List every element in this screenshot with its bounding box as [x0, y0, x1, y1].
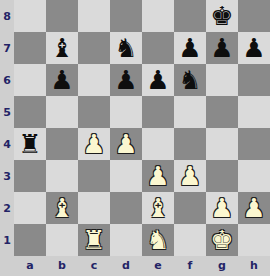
- square-c2[interactable]: [78, 192, 110, 224]
- chess-board: 8♚7♝♞♟♟♟6♟♟♟♞54♜♟♟3♟♟2♝♝♟♟1♜♞♚abcdefgh: [0, 0, 270, 276]
- square-g2[interactable]: ♟: [206, 192, 238, 224]
- white-pawn-piece: ♟: [178, 160, 201, 192]
- square-h4[interactable]: [238, 128, 270, 160]
- square-h1[interactable]: [238, 224, 270, 256]
- square-f5[interactable]: [174, 96, 206, 128]
- square-f2[interactable]: [174, 192, 206, 224]
- square-g3[interactable]: [206, 160, 238, 192]
- white-bishop-piece: ♝: [50, 192, 73, 224]
- rank-label-6: 6: [0, 64, 14, 96]
- white-pawn-piece: ♟: [210, 192, 233, 224]
- square-h6[interactable]: [238, 64, 270, 96]
- square-d4[interactable]: ♟: [110, 128, 142, 160]
- black-pawn-piece: ♟: [210, 32, 233, 64]
- square-h7[interactable]: ♟: [238, 32, 270, 64]
- white-pawn-piece: ♟: [242, 192, 265, 224]
- black-pawn-piece: ♟: [50, 64, 73, 96]
- black-pawn-piece: ♟: [242, 32, 265, 64]
- square-c4[interactable]: ♟: [78, 128, 110, 160]
- black-pawn-piece: ♟: [146, 64, 169, 96]
- rank-label-7: 7: [0, 32, 14, 64]
- chess-diagram: 8♚7♝♞♟♟♟6♟♟♟♞54♜♟♟3♟♟2♝♝♟♟1♜♞♚abcdefgh: [0, 0, 270, 276]
- black-knight-piece: ♞: [114, 32, 137, 64]
- rank-label-4: 4: [0, 128, 14, 160]
- square-f8[interactable]: [174, 0, 206, 32]
- square-d1[interactable]: [110, 224, 142, 256]
- black-pawn-piece: ♟: [178, 32, 201, 64]
- square-a8[interactable]: [14, 0, 46, 32]
- black-bishop-piece: ♝: [50, 32, 73, 64]
- square-d6[interactable]: ♟: [110, 64, 142, 96]
- square-h5[interactable]: [238, 96, 270, 128]
- square-e5[interactable]: [142, 96, 174, 128]
- white-pawn-piece: ♟: [114, 128, 137, 160]
- square-a3[interactable]: [14, 160, 46, 192]
- rank-label-8: 8: [0, 0, 14, 32]
- black-knight-piece: ♞: [178, 64, 201, 96]
- square-a1[interactable]: [14, 224, 46, 256]
- square-h8[interactable]: [238, 0, 270, 32]
- square-e6[interactable]: ♟: [142, 64, 174, 96]
- square-g7[interactable]: ♟: [206, 32, 238, 64]
- square-b7[interactable]: ♝: [46, 32, 78, 64]
- square-e7[interactable]: [142, 32, 174, 64]
- rank-label-5: 5: [0, 96, 14, 128]
- black-pawn-piece: ♟: [114, 64, 137, 96]
- square-h2[interactable]: ♟: [238, 192, 270, 224]
- square-d2[interactable]: [110, 192, 142, 224]
- file-label-a: a: [14, 256, 46, 276]
- square-b3[interactable]: [46, 160, 78, 192]
- square-b8[interactable]: [46, 0, 78, 32]
- file-label-b: b: [46, 256, 78, 276]
- square-e4[interactable]: [142, 128, 174, 160]
- white-bishop-piece: ♝: [146, 192, 169, 224]
- square-f6[interactable]: ♞: [174, 64, 206, 96]
- square-a7[interactable]: [14, 32, 46, 64]
- square-a4[interactable]: ♜: [14, 128, 46, 160]
- square-g1[interactable]: ♚: [206, 224, 238, 256]
- square-h3[interactable]: [238, 160, 270, 192]
- square-e3[interactable]: ♟: [142, 160, 174, 192]
- square-b2[interactable]: ♝: [46, 192, 78, 224]
- square-b1[interactable]: [46, 224, 78, 256]
- square-f4[interactable]: [174, 128, 206, 160]
- rank-label-2: 2: [0, 192, 14, 224]
- white-knight-piece: ♞: [146, 224, 169, 256]
- square-d7[interactable]: ♞: [110, 32, 142, 64]
- square-b5[interactable]: [46, 96, 78, 128]
- file-label-g: g: [206, 256, 238, 276]
- white-king-piece: ♚: [210, 224, 233, 256]
- white-rook-piece: ♜: [82, 224, 105, 256]
- rank-label-1: 1: [0, 224, 14, 256]
- square-f7[interactable]: ♟: [174, 32, 206, 64]
- square-a2[interactable]: [14, 192, 46, 224]
- square-g6[interactable]: [206, 64, 238, 96]
- white-pawn-piece: ♟: [146, 160, 169, 192]
- square-a5[interactable]: [14, 96, 46, 128]
- square-e2[interactable]: ♝: [142, 192, 174, 224]
- square-c1[interactable]: ♜: [78, 224, 110, 256]
- square-b4[interactable]: [46, 128, 78, 160]
- file-label-d: d: [110, 256, 142, 276]
- square-d3[interactable]: [110, 160, 142, 192]
- file-label-e: e: [142, 256, 174, 276]
- square-g4[interactable]: [206, 128, 238, 160]
- black-rook-piece: ♜: [18, 128, 41, 160]
- square-c7[interactable]: [78, 32, 110, 64]
- file-label-h: h: [238, 256, 270, 276]
- square-c8[interactable]: [78, 0, 110, 32]
- rank-label-3: 3: [0, 160, 14, 192]
- square-d5[interactable]: [110, 96, 142, 128]
- square-g5[interactable]: [206, 96, 238, 128]
- black-king-piece: ♚: [210, 0, 233, 32]
- square-c6[interactable]: [78, 64, 110, 96]
- square-f1[interactable]: [174, 224, 206, 256]
- square-g8[interactable]: ♚: [206, 0, 238, 32]
- square-c3[interactable]: [78, 160, 110, 192]
- file-label-f: f: [174, 256, 206, 276]
- square-b6[interactable]: ♟: [46, 64, 78, 96]
- square-a6[interactable]: [14, 64, 46, 96]
- square-e1[interactable]: ♞: [142, 224, 174, 256]
- square-d8[interactable]: [110, 0, 142, 32]
- square-c5[interactable]: [78, 96, 110, 128]
- square-f3[interactable]: ♟: [174, 160, 206, 192]
- file-label-c: c: [78, 256, 110, 276]
- corner-spacer: [0, 256, 14, 276]
- white-pawn-piece: ♟: [82, 128, 105, 160]
- square-e8[interactable]: [142, 0, 174, 32]
